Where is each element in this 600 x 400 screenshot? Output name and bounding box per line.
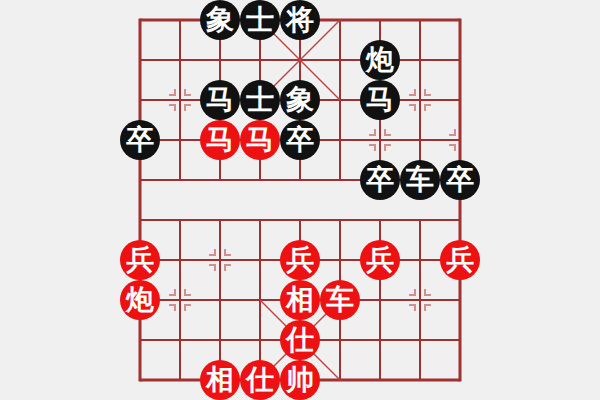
black-soldier[interactable]: 卒 xyxy=(360,160,400,200)
black-soldier[interactable]: 卒 xyxy=(120,120,160,160)
black-cannon[interactable]: 炮 xyxy=(360,40,400,80)
red-horse[interactable]: 马 xyxy=(200,120,240,160)
red-chariot[interactable]: 车 xyxy=(320,280,360,320)
black-advisor[interactable]: 士 xyxy=(240,0,280,40)
black-soldier[interactable]: 卒 xyxy=(440,160,480,200)
black-elephant[interactable]: 象 xyxy=(280,80,320,120)
black-advisor[interactable]: 士 xyxy=(240,80,280,120)
black-general[interactable]: 将 xyxy=(280,0,320,40)
black-chariot[interactable]: 车 xyxy=(400,160,440,200)
red-soldier[interactable]: 兵 xyxy=(360,240,400,280)
xiangqi-board[interactable]: 象士将炮马士象马卒马马卒卒车卒兵兵兵兵炮相车仕相仕帅 xyxy=(140,20,460,380)
red-cannon[interactable]: 炮 xyxy=(120,280,160,320)
black-horse[interactable]: 马 xyxy=(360,80,400,120)
red-advisor[interactable]: 仕 xyxy=(280,320,320,360)
black-soldier[interactable]: 卒 xyxy=(280,120,320,160)
pieces-layer: 象士将炮马士象马卒马马卒卒车卒兵兵兵兵炮相车仕相仕帅 xyxy=(120,0,480,400)
red-elephant[interactable]: 相 xyxy=(200,360,240,400)
red-elephant[interactable]: 相 xyxy=(280,280,320,320)
red-soldier[interactable]: 兵 xyxy=(120,240,160,280)
red-soldier[interactable]: 兵 xyxy=(280,240,320,280)
black-horse[interactable]: 马 xyxy=(200,80,240,120)
red-advisor[interactable]: 仕 xyxy=(240,360,280,400)
black-elephant[interactable]: 象 xyxy=(200,0,240,40)
red-general[interactable]: 帅 xyxy=(280,360,320,400)
red-horse[interactable]: 马 xyxy=(240,120,280,160)
red-soldier[interactable]: 兵 xyxy=(440,240,480,280)
xiangqi-screenshot: 象士将炮马士象马卒马马卒卒车卒兵兵兵兵炮相车仕相仕帅 xyxy=(0,0,600,400)
